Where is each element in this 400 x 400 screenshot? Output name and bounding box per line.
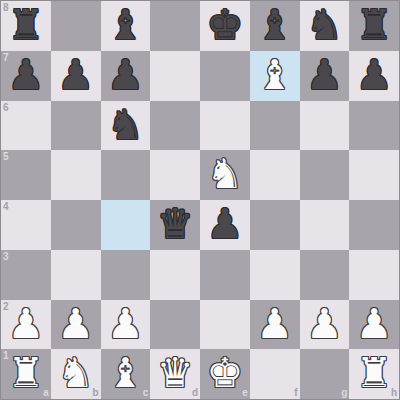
chess-board: ♜8♝♚♝♞♜♟7♟♟♝♟♟6♞5♞4♛♟3♟2♟♟♟♟♟♜1a♞b♝c♛d♚e… <box>1 1 399 399</box>
black-pawn[interactable]: ♟ <box>51 51 101 101</box>
square-g8[interactable]: ♞ <box>300 1 350 51</box>
square-d5[interactable] <box>150 150 200 200</box>
square-a6[interactable]: 6 <box>1 101 51 151</box>
file-label-h: h <box>391 388 397 398</box>
square-d8[interactable] <box>150 1 200 51</box>
square-d6[interactable] <box>150 101 200 151</box>
square-e8[interactable]: ♚ <box>200 1 250 51</box>
black-bishop[interactable]: ♝ <box>250 1 300 51</box>
square-d4[interactable]: ♛ <box>150 200 200 250</box>
square-c1[interactable]: ♝c <box>101 349 151 399</box>
black-rook[interactable]: ♜ <box>349 1 399 51</box>
file-label-a: a <box>43 388 49 398</box>
white-pawn[interactable]: ♟ <box>250 300 300 350</box>
rank-label-7: 7 <box>3 53 9 63</box>
square-d3[interactable] <box>150 250 200 300</box>
square-g5[interactable] <box>300 150 350 200</box>
square-a4[interactable]: 4 <box>1 200 51 250</box>
white-pawn[interactable]: ♟ <box>51 300 101 350</box>
square-c4[interactable] <box>101 200 151 250</box>
square-h1[interactable]: ♜h <box>349 349 399 399</box>
square-a3[interactable]: 3 <box>1 250 51 300</box>
square-f8[interactable]: ♝ <box>250 1 300 51</box>
square-h4[interactable] <box>349 200 399 250</box>
black-queen[interactable]: ♛ <box>150 200 200 250</box>
square-b8[interactable] <box>51 1 101 51</box>
square-g2[interactable]: ♟ <box>300 300 350 350</box>
white-pawn[interactable]: ♟ <box>349 300 399 350</box>
square-h5[interactable] <box>349 150 399 200</box>
square-f7[interactable]: ♝ <box>250 51 300 101</box>
square-c2[interactable]: ♟ <box>101 300 151 350</box>
square-h3[interactable] <box>349 250 399 300</box>
rank-label-5: 5 <box>3 152 9 162</box>
square-b4[interactable] <box>51 200 101 250</box>
file-label-g: g <box>341 388 347 398</box>
square-b5[interactable] <box>51 150 101 200</box>
square-b6[interactable] <box>51 101 101 151</box>
square-d1[interactable]: ♛d <box>150 349 200 399</box>
rank-label-4: 4 <box>3 202 9 212</box>
square-a2[interactable]: ♟2 <box>1 300 51 350</box>
rank-label-3: 3 <box>3 252 9 262</box>
square-g4[interactable] <box>300 200 350 250</box>
square-c5[interactable] <box>101 150 151 200</box>
square-c7[interactable]: ♟ <box>101 51 151 101</box>
square-b2[interactable]: ♟ <box>51 300 101 350</box>
rank-label-1: 1 <box>3 351 9 361</box>
square-e2[interactable] <box>200 300 250 350</box>
square-c3[interactable] <box>101 250 151 300</box>
square-e5[interactable]: ♞ <box>200 150 250 200</box>
square-a5[interactable]: 5 <box>1 150 51 200</box>
square-a7[interactable]: ♟7 <box>1 51 51 101</box>
square-h6[interactable] <box>349 101 399 151</box>
rank-label-2: 2 <box>3 302 9 312</box>
square-f4[interactable] <box>250 200 300 250</box>
file-label-e: e <box>242 388 248 398</box>
square-e6[interactable] <box>200 101 250 151</box>
square-b3[interactable] <box>51 250 101 300</box>
square-f6[interactable] <box>250 101 300 151</box>
file-label-c: c <box>143 388 149 398</box>
white-knight[interactable]: ♞ <box>200 150 250 200</box>
square-e1[interactable]: ♚e <box>200 349 250 399</box>
black-pawn[interactable]: ♟ <box>300 51 350 101</box>
square-f2[interactable]: ♟ <box>250 300 300 350</box>
square-h8[interactable]: ♜ <box>349 1 399 51</box>
black-pawn[interactable]: ♟ <box>101 51 151 101</box>
square-f5[interactable] <box>250 150 300 200</box>
square-g7[interactable]: ♟ <box>300 51 350 101</box>
white-pawn[interactable]: ♟ <box>300 300 350 350</box>
black-pawn[interactable]: ♟ <box>349 51 399 101</box>
file-label-d: d <box>192 388 198 398</box>
square-b7[interactable]: ♟ <box>51 51 101 101</box>
square-d7[interactable] <box>150 51 200 101</box>
square-h2[interactable]: ♟ <box>349 300 399 350</box>
square-e4[interactable]: ♟ <box>200 200 250 250</box>
square-g6[interactable] <box>300 101 350 151</box>
square-e7[interactable] <box>200 51 250 101</box>
rank-label-6: 6 <box>3 103 9 113</box>
square-c8[interactable]: ♝ <box>101 1 151 51</box>
square-b1[interactable]: ♞b <box>51 349 101 399</box>
file-label-f: f <box>294 388 297 398</box>
square-f3[interactable] <box>250 250 300 300</box>
black-knight[interactable]: ♞ <box>101 101 151 151</box>
square-a8[interactable]: ♜8 <box>1 1 51 51</box>
file-label-b: b <box>92 388 98 398</box>
white-bishop[interactable]: ♝ <box>250 51 300 101</box>
black-knight[interactable]: ♞ <box>300 1 350 51</box>
black-pawn[interactable]: ♟ <box>200 200 250 250</box>
rank-label-8: 8 <box>3 3 9 13</box>
square-a1[interactable]: ♜1a <box>1 349 51 399</box>
white-pawn[interactable]: ♟ <box>101 300 151 350</box>
square-h7[interactable]: ♟ <box>349 51 399 101</box>
square-c6[interactable]: ♞ <box>101 101 151 151</box>
chess-board-wrapper: ♜8♝♚♝♞♜♟7♟♟♝♟♟6♞5♞4♛♟3♟2♟♟♟♟♟♜1a♞b♝c♛d♚e… <box>0 0 400 400</box>
square-g3[interactable] <box>300 250 350 300</box>
black-bishop[interactable]: ♝ <box>101 1 151 51</box>
square-g1[interactable]: g <box>300 349 350 399</box>
square-e3[interactable] <box>200 250 250 300</box>
black-king[interactable]: ♚ <box>200 1 250 51</box>
square-d2[interactable] <box>150 300 200 350</box>
square-f1[interactable]: f <box>250 349 300 399</box>
